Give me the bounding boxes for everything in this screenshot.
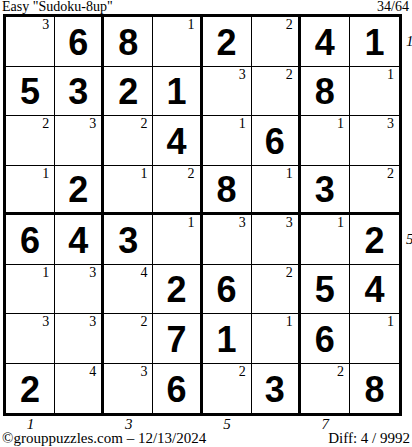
given-digit: 2: [203, 17, 251, 66]
hint-number: 2: [286, 17, 293, 33]
given-digit: 6: [203, 265, 251, 314]
cell-r7c8[interactable]: 1: [350, 314, 399, 364]
given-digit: 8: [104, 17, 152, 66]
cell-r6c4[interactable]: 2: [153, 265, 202, 315]
given-digit: 8: [301, 67, 349, 116]
cell-r1c1[interactable]: 3: [6, 17, 55, 67]
hint-number: 3: [286, 215, 293, 231]
hint-number: 1: [140, 166, 147, 182]
hint-number: 3: [42, 17, 49, 33]
given-digit: 1: [203, 314, 251, 363]
hint-number: 1: [42, 265, 49, 281]
given-digit: 4: [350, 265, 399, 314]
hint-number: 1: [239, 116, 246, 132]
cell-r1c7[interactable]: 4: [301, 17, 350, 67]
cell-r1c3[interactable]: 8: [104, 17, 153, 67]
cell-r4c6[interactable]: 1: [252, 166, 301, 216]
hint-number: 2: [337, 364, 344, 380]
cell-r6c7[interactable]: 5: [301, 265, 350, 315]
cell-r4c2[interactable]: 2: [55, 166, 104, 216]
cell-r7c6[interactable]: 1: [252, 314, 301, 364]
hint-number: 1: [286, 314, 293, 330]
hint-number: 1: [387, 314, 394, 330]
cell-r3c5[interactable]: 1: [203, 116, 252, 166]
hint-number: 1: [188, 17, 195, 33]
cell-r4c3[interactable]: 1: [104, 166, 153, 216]
cell-r6c3[interactable]: 4: [104, 265, 153, 315]
col-label-1: 1: [27, 417, 35, 432]
cell-r4c4[interactable]: 2: [153, 166, 202, 216]
cell-r5c7[interactable]: 1: [301, 215, 350, 265]
cell-r3c8[interactable]: 3: [350, 116, 399, 166]
given-digit: 1: [153, 67, 199, 116]
given-digit: 3: [252, 364, 298, 414]
cell-r6c1[interactable]: 1: [6, 265, 55, 315]
given-digit: 5: [301, 265, 349, 314]
cell-r2c1[interactable]: 5: [6, 67, 55, 117]
given-digit: 2: [153, 265, 199, 314]
cell-r3c1[interactable]: 2: [6, 116, 55, 166]
hint-number: 1: [286, 166, 293, 182]
hint-number: 2: [387, 166, 394, 182]
hint-number: 2: [286, 67, 293, 83]
cell-r5c1[interactable]: 6: [6, 215, 55, 265]
cell-r3c7[interactable]: 1: [301, 116, 350, 166]
cell-r3c6[interactable]: 6: [252, 116, 301, 166]
cell-r6c5[interactable]: 6: [203, 265, 252, 315]
given-digit: 3: [55, 67, 101, 116]
hint-number: 3: [89, 265, 96, 281]
cell-r5c5[interactable]: 3: [203, 215, 252, 265]
cell-r6c6[interactable]: 2: [252, 265, 301, 315]
hint-number: 3: [140, 364, 147, 380]
cell-r4c7[interactable]: 3: [301, 166, 350, 216]
cell-r7c2[interactable]: 3: [55, 314, 104, 364]
progress-counter: 34/64: [377, 0, 409, 14]
given-digit: 6: [301, 314, 349, 363]
copyright-date: ©grouppuzzles.com – 12/13/2024: [2, 430, 206, 446]
cell-r4c8[interactable]: 2: [350, 166, 399, 216]
hint-number: 3: [89, 314, 96, 330]
cell-r7c7[interactable]: 6: [301, 314, 350, 364]
cell-r8c6[interactable]: 3: [252, 364, 301, 414]
cell-r7c1[interactable]: 3: [6, 314, 55, 364]
row-label-1: 1: [406, 34, 412, 49]
given-digit: 8: [350, 364, 399, 414]
hint-number: 2: [239, 364, 246, 380]
cell-r2c6[interactable]: 2: [252, 67, 301, 117]
cell-r2c4[interactable]: 1: [153, 67, 202, 117]
cell-r5c4[interactable]: 1: [153, 215, 202, 265]
hint-number: 3: [387, 116, 394, 132]
row-label-5: 5: [406, 232, 412, 247]
cell-r1c6[interactable]: 2: [252, 17, 301, 67]
given-digit: 5: [6, 67, 54, 116]
hint-number: 3: [89, 116, 96, 132]
given-digit: 2: [55, 166, 101, 213]
given-digit: 8: [203, 166, 251, 213]
hint-number: 1: [337, 116, 344, 132]
cell-r3c2[interactable]: 3: [55, 116, 104, 166]
given-digit: 6: [153, 364, 199, 414]
puzzle-title: Easy "Sudoku-8up": [2, 0, 113, 14]
hint-number: 2: [140, 116, 147, 132]
cell-r6c2[interactable]: 3: [55, 265, 104, 315]
cell-r1c8[interactable]: 1: [350, 17, 399, 67]
hint-number: 3: [239, 215, 246, 231]
cell-r8c8[interactable]: 8: [350, 364, 399, 414]
cell-r2c3[interactable]: 2: [104, 67, 153, 117]
cell-r8c4[interactable]: 6: [153, 364, 202, 414]
hint-number: 1: [42, 166, 49, 182]
given-digit: 6: [6, 215, 54, 264]
cell-r8c5[interactable]: 2: [203, 364, 252, 414]
given-digit: 4: [55, 215, 101, 264]
cell-r2c2[interactable]: 3: [55, 67, 104, 117]
given-digit: 2: [104, 67, 152, 116]
cell-r7c5[interactable]: 1: [203, 314, 252, 364]
cell-r1c4[interactable]: 1: [153, 17, 202, 67]
given-digit: 4: [153, 116, 199, 165]
given-digit: 1: [350, 17, 399, 66]
given-digit: 7: [153, 314, 199, 363]
cell-r5c2[interactable]: 4: [55, 215, 104, 265]
hint-number: 3: [42, 314, 49, 330]
cell-r5c3[interactable]: 3: [104, 215, 153, 265]
col-label-7: 7: [322, 417, 330, 432]
cell-r7c4[interactable]: 7: [153, 314, 202, 364]
puzzle-page: Easy "Sudoku-8up" 34/64 3681224153213281…: [0, 0, 412, 447]
hint-number: 3: [239, 67, 246, 83]
hint-number: 1: [387, 67, 394, 83]
cell-r8c2[interactable]: 4: [55, 364, 104, 414]
col-label-3: 3: [125, 417, 133, 432]
cell-r7c3[interactable]: 2: [104, 314, 153, 364]
cell-r5c6[interactable]: 3: [252, 215, 301, 265]
hint-number: 1: [188, 215, 195, 231]
hint-number: 4: [140, 265, 147, 281]
cell-r8c3[interactable]: 3: [104, 364, 153, 414]
hint-number: 4: [89, 364, 96, 380]
given-digit: 2: [6, 364, 54, 414]
cell-r2c7[interactable]: 8: [301, 67, 350, 117]
cell-r3c4[interactable]: 4: [153, 116, 202, 166]
given-digit: 2: [350, 215, 399, 264]
sudoku-board: 3681224153213281232416131212813264313312…: [3, 14, 402, 416]
given-digit: 6: [252, 116, 298, 165]
given-digit: 4: [301, 17, 349, 66]
cell-r1c2[interactable]: 6: [55, 17, 104, 67]
difficulty-value: Diff: 4 / 9992: [328, 430, 410, 446]
cell-r2c8[interactable]: 1: [350, 67, 399, 117]
cell-r5c8[interactable]: 2: [350, 215, 399, 265]
given-digit: 3: [104, 215, 152, 264]
hint-number: 1: [337, 215, 344, 231]
hint-number: 2: [286, 265, 293, 281]
given-digit: 3: [301, 166, 349, 213]
cell-r2c5[interactable]: 3: [203, 67, 252, 117]
cell-r6c8[interactable]: 4: [350, 265, 399, 315]
cell-r4c1[interactable]: 1: [6, 166, 55, 216]
hint-number: 2: [188, 166, 195, 182]
cell-r8c1[interactable]: 2: [6, 364, 55, 414]
hint-number: 2: [42, 116, 49, 132]
footer: ©grouppuzzles.com – 12/13/2024 Diff: 4 /…: [2, 430, 410, 446]
cell-r4c5[interactable]: 8: [203, 166, 252, 216]
cell-r3c3[interactable]: 2: [104, 116, 153, 166]
hint-number: 2: [140, 314, 147, 330]
cell-r8c7[interactable]: 2: [301, 364, 350, 414]
header: Easy "Sudoku-8up" 34/64: [2, 0, 409, 14]
given-digit: 6: [55, 17, 101, 66]
cell-r1c5[interactable]: 2: [203, 17, 252, 67]
col-label-5: 5: [223, 417, 231, 432]
